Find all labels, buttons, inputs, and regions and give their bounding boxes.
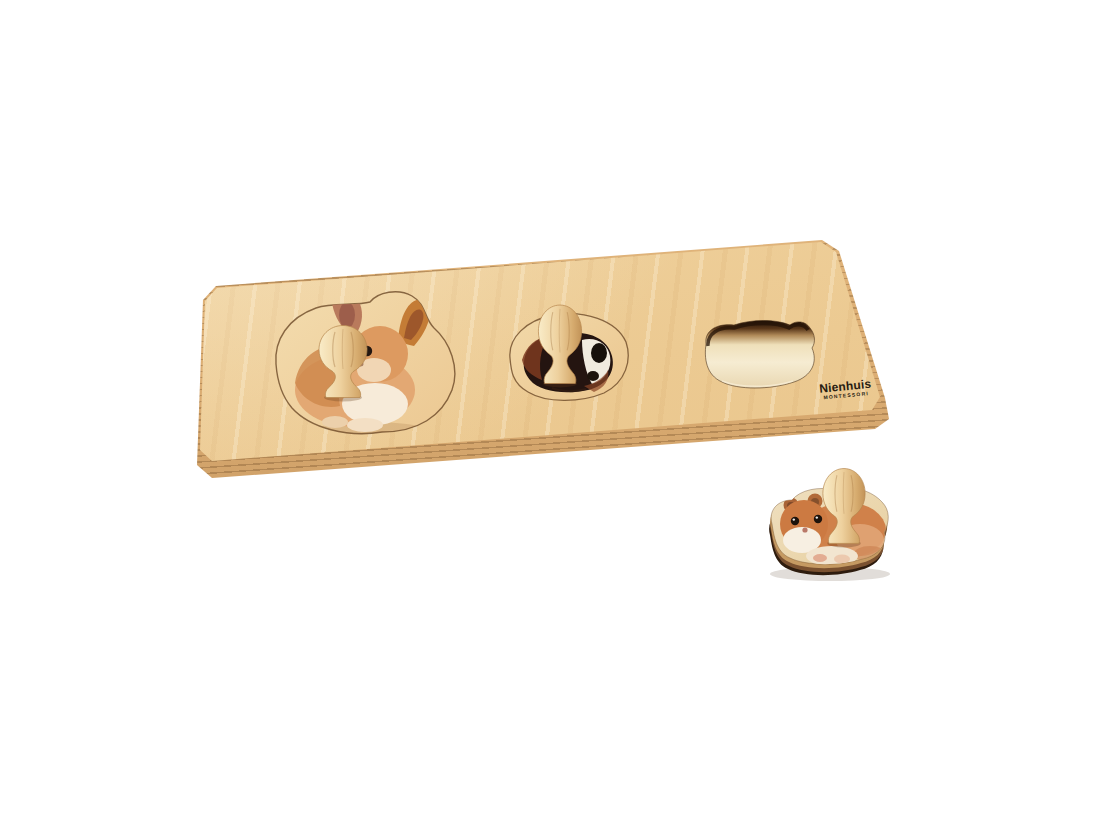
hamster-recess-shape — [705, 321, 814, 389]
rabbit-puzzle-piece[interactable] — [270, 288, 476, 440]
guinea-pig-puzzle-piece[interactable] — [496, 300, 644, 412]
product-photo-scene: Nienhuis MONTESSORI — [0, 0, 1100, 825]
puzzle-board — [0, 0, 1100, 825]
hamster-puzzle-piece[interactable] — [758, 458, 900, 584]
